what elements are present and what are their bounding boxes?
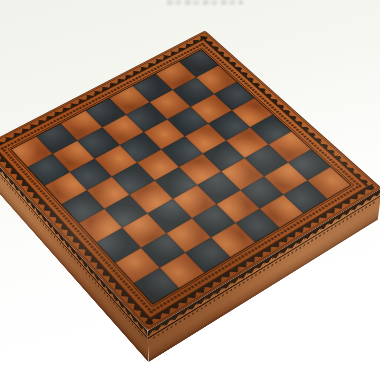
square [307, 167, 350, 199]
chess-box [0, 30, 380, 331]
square [235, 208, 279, 242]
square [134, 267, 179, 303]
square [211, 223, 255, 257]
square [192, 204, 236, 238]
square [130, 181, 173, 214]
square [166, 218, 210, 252]
square [44, 172, 87, 204]
chess-board-lid [0, 30, 380, 331]
square [87, 176, 130, 209]
stamped-motif-row [0, 146, 155, 315]
square [148, 199, 192, 232]
square [97, 228, 141, 263]
square [79, 209, 123, 243]
square [185, 237, 230, 272]
square [240, 176, 283, 209]
square [173, 185, 216, 218]
square [160, 252, 205, 288]
square [260, 194, 304, 227]
square [123, 213, 167, 247]
square [61, 190, 104, 223]
product-photo [0, 0, 380, 380]
square [112, 163, 155, 195]
sawtooth-trim [145, 184, 376, 326]
square [141, 233, 185, 268]
square [197, 171, 240, 203]
square [216, 190, 260, 223]
square [264, 162, 307, 194]
square [115, 247, 160, 282]
sawtooth-trim [0, 144, 154, 326]
square [284, 180, 327, 213]
scene [0, 0, 380, 380]
square [105, 195, 148, 228]
square [155, 167, 198, 199]
